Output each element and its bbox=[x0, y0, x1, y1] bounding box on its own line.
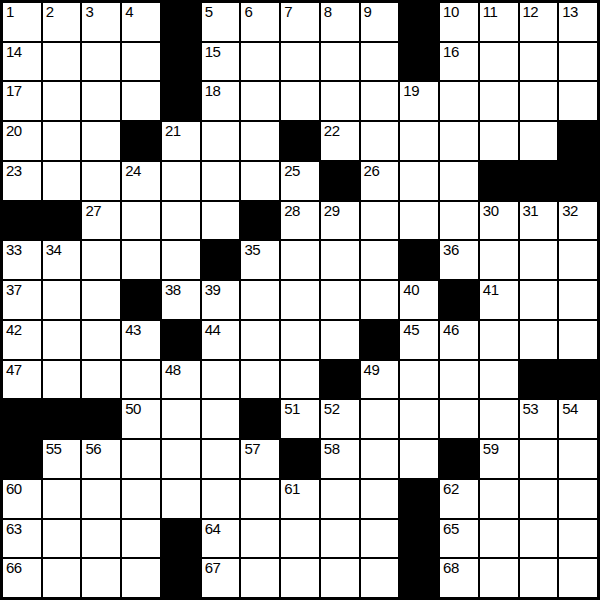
clue-number: 45 bbox=[403, 322, 419, 337]
cell[interactable] bbox=[162, 202, 200, 240]
clue-number: 34 bbox=[46, 242, 62, 257]
cell[interactable] bbox=[43, 162, 81, 200]
block-cell bbox=[440, 281, 478, 319]
clue-number: 44 bbox=[205, 322, 221, 337]
cell[interactable] bbox=[162, 241, 200, 279]
clue-number: 5 bbox=[205, 4, 213, 19]
clue-number: 38 bbox=[165, 282, 181, 297]
cell[interactable] bbox=[520, 241, 558, 279]
cell[interactable] bbox=[43, 520, 81, 558]
cell[interactable]: 62 bbox=[440, 480, 478, 518]
cell[interactable] bbox=[440, 82, 478, 120]
cell[interactable]: 58 bbox=[321, 440, 359, 478]
block-cell bbox=[162, 520, 200, 558]
cell[interactable]: 24 bbox=[122, 162, 160, 200]
block-cell bbox=[400, 559, 438, 597]
clue-number: 42 bbox=[6, 322, 22, 337]
cell[interactable] bbox=[241, 480, 279, 518]
clue-number: 58 bbox=[324, 441, 340, 456]
cell[interactable] bbox=[241, 43, 279, 81]
crossword-grid: 1234567891011121314151617181920212223242… bbox=[0, 0, 600, 600]
clue-number: 46 bbox=[443, 322, 459, 337]
clue-number: 8 bbox=[324, 4, 332, 19]
cell[interactable] bbox=[321, 82, 359, 120]
clue-number: 16 bbox=[443, 44, 459, 59]
cell[interactable]: 54 bbox=[559, 400, 597, 438]
cell[interactable]: 37 bbox=[3, 281, 41, 319]
clue-number: 57 bbox=[244, 441, 260, 456]
cell[interactable] bbox=[241, 281, 279, 319]
clue-number: 55 bbox=[46, 441, 62, 456]
block-cell bbox=[520, 162, 558, 200]
cell[interactable]: 47 bbox=[3, 361, 41, 399]
cell[interactable]: 6 bbox=[241, 3, 279, 41]
clue-number: 33 bbox=[6, 242, 22, 257]
block-cell bbox=[480, 162, 518, 200]
cell[interactable] bbox=[520, 43, 558, 81]
cell[interactable] bbox=[559, 82, 597, 120]
cell[interactable] bbox=[162, 440, 200, 478]
cell[interactable] bbox=[520, 559, 558, 597]
cell[interactable] bbox=[440, 122, 478, 160]
cell[interactable] bbox=[122, 440, 160, 478]
cell[interactable] bbox=[480, 400, 518, 438]
block-cell bbox=[202, 241, 240, 279]
cell[interactable] bbox=[520, 82, 558, 120]
cell[interactable]: 21 bbox=[162, 122, 200, 160]
cell[interactable]: 26 bbox=[361, 162, 399, 200]
cell[interactable]: 12 bbox=[520, 3, 558, 41]
cell[interactable] bbox=[43, 281, 81, 319]
cell[interactable] bbox=[361, 440, 399, 478]
clue-number: 56 bbox=[85, 441, 101, 456]
cell[interactable] bbox=[43, 122, 81, 160]
clue-number: 66 bbox=[6, 560, 22, 575]
cell[interactable]: 18 bbox=[202, 82, 240, 120]
clue-number: 6 bbox=[244, 4, 252, 19]
cell[interactable] bbox=[361, 43, 399, 81]
clue-number: 28 bbox=[284, 203, 300, 218]
clue-number: 31 bbox=[523, 203, 539, 218]
cell[interactable]: 5 bbox=[202, 3, 240, 41]
block-cell bbox=[43, 202, 81, 240]
clue-number: 67 bbox=[205, 560, 221, 575]
clue-number: 24 bbox=[125, 163, 141, 178]
cell[interactable] bbox=[82, 43, 120, 81]
cell[interactable]: 68 bbox=[440, 559, 478, 597]
clue-number: 60 bbox=[6, 481, 22, 496]
cell[interactable] bbox=[559, 480, 597, 518]
cell[interactable] bbox=[480, 520, 518, 558]
cell[interactable] bbox=[82, 162, 120, 200]
block-cell bbox=[3, 400, 41, 438]
cell[interactable] bbox=[82, 281, 120, 319]
cell[interactable] bbox=[82, 321, 120, 359]
cell[interactable] bbox=[162, 162, 200, 200]
cell[interactable] bbox=[241, 162, 279, 200]
cell[interactable]: 55 bbox=[43, 440, 81, 478]
cell[interactable] bbox=[122, 559, 160, 597]
cell[interactable] bbox=[43, 361, 81, 399]
cell[interactable] bbox=[321, 321, 359, 359]
block-cell bbox=[559, 122, 597, 160]
cell[interactable] bbox=[480, 321, 518, 359]
clue-number: 41 bbox=[483, 282, 499, 297]
block-cell bbox=[162, 321, 200, 359]
block-cell bbox=[43, 400, 81, 438]
cell[interactable]: 14 bbox=[3, 43, 41, 81]
block-cell bbox=[400, 3, 438, 41]
cell[interactable]: 51 bbox=[281, 400, 319, 438]
clue-number: 26 bbox=[364, 163, 380, 178]
cell[interactable] bbox=[321, 241, 359, 279]
cell[interactable]: 25 bbox=[281, 162, 319, 200]
cell[interactable] bbox=[440, 202, 478, 240]
cell[interactable] bbox=[440, 162, 478, 200]
cell[interactable] bbox=[400, 400, 438, 438]
block-cell bbox=[82, 400, 120, 438]
cell[interactable] bbox=[480, 241, 518, 279]
clue-number: 64 bbox=[205, 521, 221, 536]
clue-number: 62 bbox=[443, 481, 459, 496]
clue-number: 37 bbox=[6, 282, 22, 297]
cell[interactable]: 41 bbox=[480, 281, 518, 319]
cell[interactable]: 4 bbox=[122, 3, 160, 41]
cell[interactable]: 40 bbox=[400, 281, 438, 319]
cell[interactable]: 42 bbox=[3, 321, 41, 359]
cell[interactable] bbox=[361, 480, 399, 518]
cell[interactable] bbox=[400, 361, 438, 399]
cell[interactable]: 19 bbox=[400, 82, 438, 120]
block-cell bbox=[400, 520, 438, 558]
cell[interactable] bbox=[281, 520, 319, 558]
block-cell bbox=[321, 162, 359, 200]
clue-number: 59 bbox=[483, 441, 499, 456]
cell[interactable]: 52 bbox=[321, 400, 359, 438]
cell[interactable]: 29 bbox=[321, 202, 359, 240]
clue-number: 68 bbox=[443, 560, 459, 575]
block-cell bbox=[321, 361, 359, 399]
clue-number: 49 bbox=[364, 362, 380, 377]
clue-number: 22 bbox=[324, 123, 340, 138]
cell[interactable]: 53 bbox=[520, 400, 558, 438]
cell[interactable] bbox=[43, 82, 81, 120]
cell[interactable]: 45 bbox=[400, 321, 438, 359]
cell[interactable] bbox=[122, 82, 160, 120]
clue-number: 11 bbox=[483, 4, 498, 19]
cell[interactable]: 31 bbox=[520, 202, 558, 240]
cell[interactable] bbox=[559, 241, 597, 279]
cell[interactable]: 7 bbox=[281, 3, 319, 41]
cell[interactable] bbox=[281, 361, 319, 399]
block-cell bbox=[440, 440, 478, 478]
cell[interactable]: 34 bbox=[43, 241, 81, 279]
clue-number: 1 bbox=[6, 4, 14, 19]
block-cell bbox=[162, 559, 200, 597]
cell[interactable] bbox=[241, 82, 279, 120]
cell[interactable] bbox=[82, 361, 120, 399]
cell[interactable] bbox=[162, 480, 200, 518]
cell[interactable] bbox=[122, 361, 160, 399]
clue-number: 9 bbox=[364, 4, 372, 19]
cell[interactable]: 13 bbox=[559, 3, 597, 41]
cell[interactable] bbox=[241, 559, 279, 597]
cell[interactable] bbox=[321, 281, 359, 319]
cell[interactable] bbox=[520, 520, 558, 558]
cell[interactable]: 23 bbox=[3, 162, 41, 200]
clue-number: 50 bbox=[125, 401, 141, 416]
block-cell bbox=[162, 3, 200, 41]
cell[interactable] bbox=[520, 480, 558, 518]
block-cell bbox=[122, 122, 160, 160]
cell[interactable]: 3 bbox=[82, 3, 120, 41]
cell[interactable] bbox=[122, 241, 160, 279]
cell[interactable]: 59 bbox=[480, 440, 518, 478]
cell[interactable] bbox=[361, 122, 399, 160]
cell[interactable]: 65 bbox=[440, 520, 478, 558]
cell[interactable] bbox=[241, 520, 279, 558]
cell[interactable] bbox=[162, 400, 200, 438]
cell[interactable] bbox=[559, 321, 597, 359]
clue-number: 48 bbox=[165, 362, 181, 377]
clue-number: 47 bbox=[6, 362, 22, 377]
clue-number: 23 bbox=[6, 163, 22, 178]
cell[interactable]: 49 bbox=[361, 361, 399, 399]
cell[interactable] bbox=[321, 559, 359, 597]
clue-number: 4 bbox=[125, 4, 133, 19]
cell[interactable] bbox=[440, 361, 478, 399]
cell[interactable] bbox=[559, 281, 597, 319]
cell[interactable]: 39 bbox=[202, 281, 240, 319]
cell[interactable] bbox=[400, 202, 438, 240]
cell[interactable]: 60 bbox=[3, 480, 41, 518]
clue-number: 32 bbox=[562, 203, 578, 218]
cell[interactable] bbox=[202, 480, 240, 518]
cell[interactable]: 17 bbox=[3, 82, 41, 120]
clue-number: 17 bbox=[6, 83, 22, 98]
clue-number: 10 bbox=[443, 4, 459, 19]
cell[interactable]: 33 bbox=[3, 241, 41, 279]
cell[interactable]: 50 bbox=[122, 400, 160, 438]
cell[interactable]: 64 bbox=[202, 520, 240, 558]
block-cell bbox=[3, 202, 41, 240]
cell[interactable] bbox=[480, 82, 518, 120]
cell[interactable]: 22 bbox=[321, 122, 359, 160]
cell[interactable] bbox=[281, 281, 319, 319]
cell[interactable] bbox=[82, 82, 120, 120]
cell[interactable] bbox=[82, 559, 120, 597]
cell[interactable] bbox=[241, 122, 279, 160]
cell[interactable]: 20 bbox=[3, 122, 41, 160]
cell[interactable] bbox=[480, 480, 518, 518]
block-cell bbox=[122, 281, 160, 319]
cell[interactable] bbox=[82, 480, 120, 518]
clue-number: 40 bbox=[403, 282, 419, 297]
cell[interactable]: 16 bbox=[440, 43, 478, 81]
cell[interactable] bbox=[361, 202, 399, 240]
clue-number: 12 bbox=[523, 4, 539, 19]
cell[interactable] bbox=[122, 480, 160, 518]
cell[interactable] bbox=[520, 321, 558, 359]
cell[interactable] bbox=[440, 400, 478, 438]
clue-number: 65 bbox=[443, 521, 459, 536]
cell[interactable] bbox=[520, 281, 558, 319]
cell[interactable] bbox=[321, 520, 359, 558]
clue-number: 3 bbox=[85, 4, 93, 19]
cell[interactable]: 8 bbox=[321, 3, 359, 41]
cell[interactable] bbox=[361, 241, 399, 279]
clue-number: 51 bbox=[284, 401, 300, 416]
clue-number: 35 bbox=[244, 242, 260, 257]
clue-number: 7 bbox=[284, 4, 292, 19]
cell[interactable] bbox=[281, 559, 319, 597]
cell[interactable] bbox=[559, 43, 597, 81]
cell[interactable] bbox=[241, 321, 279, 359]
cell[interactable] bbox=[43, 43, 81, 81]
cell[interactable]: 56 bbox=[82, 440, 120, 478]
cell[interactable]: 61 bbox=[281, 480, 319, 518]
cell[interactable]: 28 bbox=[281, 202, 319, 240]
cell[interactable] bbox=[202, 400, 240, 438]
cell[interactable] bbox=[43, 480, 81, 518]
cell[interactable] bbox=[361, 559, 399, 597]
cell[interactable]: 10 bbox=[440, 3, 478, 41]
cell[interactable] bbox=[281, 43, 319, 81]
cell[interactable] bbox=[82, 241, 120, 279]
cell[interactable] bbox=[480, 122, 518, 160]
cell[interactable] bbox=[361, 400, 399, 438]
cell[interactable]: 66 bbox=[3, 559, 41, 597]
cell[interactable] bbox=[82, 122, 120, 160]
block-cell bbox=[400, 480, 438, 518]
block-cell bbox=[162, 43, 200, 81]
cell[interactable]: 2 bbox=[43, 3, 81, 41]
cell[interactable] bbox=[202, 202, 240, 240]
cell[interactable] bbox=[281, 321, 319, 359]
cell[interactable]: 15 bbox=[202, 43, 240, 81]
cell[interactable] bbox=[43, 559, 81, 597]
clue-number: 20 bbox=[6, 123, 22, 138]
block-cell bbox=[520, 361, 558, 399]
clue-number: 43 bbox=[125, 322, 141, 337]
cell[interactable] bbox=[400, 162, 438, 200]
cell[interactable] bbox=[202, 122, 240, 160]
cell[interactable]: 9 bbox=[361, 3, 399, 41]
cell[interactable] bbox=[82, 520, 120, 558]
cell[interactable] bbox=[361, 520, 399, 558]
cell[interactable]: 38 bbox=[162, 281, 200, 319]
clue-number: 39 bbox=[205, 282, 221, 297]
cell[interactable]: 46 bbox=[440, 321, 478, 359]
cell[interactable] bbox=[361, 82, 399, 120]
clue-number: 54 bbox=[562, 401, 578, 416]
block-cell bbox=[400, 241, 438, 279]
cell[interactable] bbox=[122, 520, 160, 558]
block-cell bbox=[162, 82, 200, 120]
clue-number: 30 bbox=[483, 203, 499, 218]
cell[interactable] bbox=[281, 82, 319, 120]
block-cell bbox=[281, 122, 319, 160]
cell[interactable]: 27 bbox=[82, 202, 120, 240]
block-cell bbox=[559, 162, 597, 200]
cell[interactable]: 11 bbox=[480, 3, 518, 41]
cell[interactable] bbox=[202, 361, 240, 399]
cell[interactable] bbox=[43, 321, 81, 359]
cell[interactable]: 43 bbox=[122, 321, 160, 359]
cell[interactable] bbox=[361, 281, 399, 319]
clue-number: 13 bbox=[562, 4, 578, 19]
cell[interactable]: 48 bbox=[162, 361, 200, 399]
cell[interactable]: 32 bbox=[559, 202, 597, 240]
cell[interactable] bbox=[520, 122, 558, 160]
clue-number: 52 bbox=[324, 401, 340, 416]
cell[interactable] bbox=[122, 43, 160, 81]
cell[interactable] bbox=[202, 162, 240, 200]
clue-number: 29 bbox=[324, 203, 340, 218]
clue-number: 21 bbox=[165, 123, 181, 138]
cell[interactable] bbox=[321, 43, 359, 81]
cell[interactable]: 67 bbox=[202, 559, 240, 597]
cell[interactable]: 63 bbox=[3, 520, 41, 558]
cell[interactable] bbox=[480, 559, 518, 597]
block-cell bbox=[3, 440, 41, 478]
clue-number: 61 bbox=[284, 481, 300, 496]
cell[interactable] bbox=[400, 440, 438, 478]
clue-number: 53 bbox=[523, 401, 539, 416]
block-cell bbox=[361, 321, 399, 359]
clue-number: 2 bbox=[46, 4, 54, 19]
cell[interactable] bbox=[520, 440, 558, 478]
cell[interactable]: 57 bbox=[241, 440, 279, 478]
cell[interactable] bbox=[400, 122, 438, 160]
cell[interactable] bbox=[241, 361, 279, 399]
clue-number: 14 bbox=[6, 44, 22, 59]
cell[interactable] bbox=[480, 361, 518, 399]
block-cell bbox=[241, 400, 279, 438]
cell[interactable]: 30 bbox=[480, 202, 518, 240]
clue-number: 36 bbox=[443, 242, 459, 257]
cell[interactable] bbox=[559, 520, 597, 558]
cell[interactable]: 1 bbox=[3, 3, 41, 41]
cell[interactable]: 36 bbox=[440, 241, 478, 279]
cell[interactable] bbox=[321, 480, 359, 518]
cell[interactable]: 44 bbox=[202, 321, 240, 359]
cell[interactable] bbox=[281, 241, 319, 279]
clue-number: 18 bbox=[205, 83, 221, 98]
cell[interactable] bbox=[122, 202, 160, 240]
cell[interactable] bbox=[202, 440, 240, 478]
clue-number: 27 bbox=[85, 203, 101, 218]
cell[interactable] bbox=[480, 43, 518, 81]
block-cell bbox=[400, 43, 438, 81]
clue-number: 19 bbox=[403, 83, 419, 98]
cell[interactable] bbox=[559, 559, 597, 597]
cell[interactable]: 35 bbox=[241, 241, 279, 279]
clue-number: 63 bbox=[6, 521, 22, 536]
block-cell bbox=[281, 440, 319, 478]
cell[interactable] bbox=[559, 440, 597, 478]
block-cell bbox=[559, 361, 597, 399]
block-cell bbox=[241, 202, 279, 240]
clue-number: 15 bbox=[205, 44, 221, 59]
clue-number: 25 bbox=[284, 163, 300, 178]
